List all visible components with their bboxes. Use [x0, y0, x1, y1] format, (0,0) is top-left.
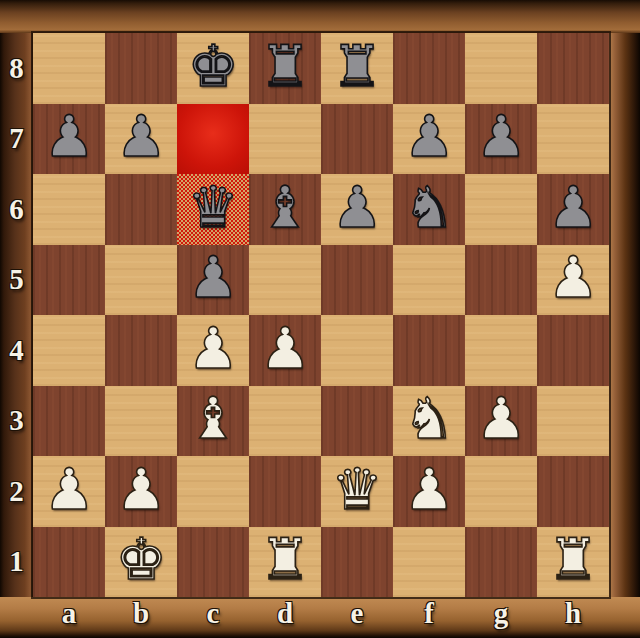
board-frame-top: [0, 0, 640, 33]
square-h5[interactable]: ♟: [537, 245, 609, 316]
square-g8[interactable]: [465, 33, 537, 104]
square-d5[interactable]: [249, 245, 321, 316]
square-f6[interactable]: ♞: [393, 174, 465, 245]
piece-black-knight[interactable]: ♞: [403, 179, 454, 236]
rank-label-3: 3: [0, 386, 33, 457]
square-c1[interactable]: [177, 527, 249, 598]
board-frame-right: [609, 33, 640, 597]
piece-white-rook[interactable]: ♜: [547, 531, 598, 588]
piece-white-queen[interactable]: ♛: [331, 461, 382, 518]
piece-black-pawn[interactable]: ♟: [187, 249, 238, 306]
file-label-d: d: [249, 597, 321, 638]
square-d1[interactable]: ♜: [249, 527, 321, 598]
square-b6[interactable]: [105, 174, 177, 245]
file-label-e: e: [321, 597, 393, 638]
piece-white-pawn[interactable]: ♟: [475, 390, 526, 447]
square-e7[interactable]: [321, 104, 393, 175]
square-d6[interactable]: ♝: [249, 174, 321, 245]
rank-label-1: 1: [0, 527, 33, 598]
square-a6[interactable]: [33, 174, 105, 245]
file-label-h: h: [537, 597, 609, 638]
square-b7[interactable]: ♟: [105, 104, 177, 175]
square-a3[interactable]: [33, 386, 105, 457]
square-a7[interactable]: ♟: [33, 104, 105, 175]
square-c3[interactable]: ♝: [177, 386, 249, 457]
square-f8[interactable]: [393, 33, 465, 104]
file-label-b: b: [105, 597, 177, 638]
square-f1[interactable]: [393, 527, 465, 598]
piece-black-pawn[interactable]: ♟: [403, 108, 454, 165]
square-e2[interactable]: ♛: [321, 456, 393, 527]
file-label-g: g: [465, 597, 537, 638]
square-g1[interactable]: [465, 527, 537, 598]
rank-label-2: 2: [0, 456, 33, 527]
file-label-c: c: [177, 597, 249, 638]
piece-black-rook[interactable]: ♜: [331, 38, 382, 95]
square-a1[interactable]: [33, 527, 105, 598]
square-c8[interactable]: ♚: [177, 33, 249, 104]
piece-black-pawn[interactable]: ♟: [475, 108, 526, 165]
square-c5[interactable]: ♟: [177, 245, 249, 316]
piece-black-pawn[interactable]: ♟: [547, 179, 598, 236]
chess-app: 87654321 ♚♜♜♟♟♟♟♛♝♟♞♟♟♟♟♟♝♞♟♟♟♛♟♚♜♜ abcd…: [0, 0, 640, 638]
piece-black-pawn[interactable]: ♟: [43, 108, 94, 165]
square-c2[interactable]: [177, 456, 249, 527]
rank-label-6: 6: [0, 174, 33, 245]
square-d2[interactable]: [249, 456, 321, 527]
square-e8[interactable]: ♜: [321, 33, 393, 104]
square-c4[interactable]: ♟: [177, 315, 249, 386]
square-g7[interactable]: ♟: [465, 104, 537, 175]
square-h8[interactable]: [537, 33, 609, 104]
square-e5[interactable]: [321, 245, 393, 316]
square-h1[interactable]: ♜: [537, 527, 609, 598]
square-f4[interactable]: [393, 315, 465, 386]
square-g3[interactable]: ♟: [465, 386, 537, 457]
piece-black-rook[interactable]: ♜: [259, 38, 310, 95]
square-c6[interactable]: ♛: [177, 174, 249, 245]
piece-white-pawn[interactable]: ♟: [547, 249, 598, 306]
file-label-a: a: [33, 597, 105, 638]
square-e6[interactable]: ♟: [321, 174, 393, 245]
square-d7[interactable]: [249, 104, 321, 175]
piece-white-king[interactable]: ♚: [115, 531, 166, 588]
square-h2[interactable]: [537, 456, 609, 527]
square-b1[interactable]: ♚: [105, 527, 177, 598]
square-g6[interactable]: [465, 174, 537, 245]
square-b3[interactable]: [105, 386, 177, 457]
piece-black-king[interactable]: ♚: [187, 38, 238, 95]
square-b8[interactable]: [105, 33, 177, 104]
square-f3[interactable]: ♞: [393, 386, 465, 457]
piece-white-knight[interactable]: ♞: [403, 390, 454, 447]
square-b2[interactable]: ♟: [105, 456, 177, 527]
square-h6[interactable]: ♟: [537, 174, 609, 245]
square-h7[interactable]: [537, 104, 609, 175]
piece-white-pawn[interactable]: ♟: [403, 461, 454, 518]
rank-label-5: 5: [0, 245, 33, 316]
rank-label-7: 7: [0, 104, 33, 175]
piece-black-pawn[interactable]: ♟: [115, 108, 166, 165]
piece-black-bishop[interactable]: ♝: [259, 179, 310, 236]
square-a5[interactable]: [33, 245, 105, 316]
file-label-f: f: [393, 597, 465, 638]
rank-label-4: 4: [0, 315, 33, 386]
square-h4[interactable]: [537, 315, 609, 386]
piece-white-pawn[interactable]: ♟: [43, 461, 94, 518]
rank-labels: 87654321: [0, 33, 33, 597]
piece-black-pawn[interactable]: ♟: [331, 179, 382, 236]
square-a8[interactable]: [33, 33, 105, 104]
piece-white-bishop[interactable]: ♝: [187, 390, 238, 447]
rank-label-8: 8: [0, 33, 33, 104]
square-c7[interactable]: [177, 104, 249, 175]
square-f5[interactable]: [393, 245, 465, 316]
chessboard[interactable]: ♚♜♜♟♟♟♟♛♝♟♞♟♟♟♟♟♝♞♟♟♟♛♟♚♜♜: [33, 33, 609, 597]
square-g5[interactable]: [465, 245, 537, 316]
square-f7[interactable]: ♟: [393, 104, 465, 175]
piece-white-pawn[interactable]: ♟: [115, 461, 166, 518]
piece-white-rook[interactable]: ♜: [259, 531, 310, 588]
square-h3[interactable]: [537, 386, 609, 457]
square-e4[interactable]: [321, 315, 393, 386]
piece-white-pawn[interactable]: ♟: [187, 320, 238, 377]
square-f2[interactable]: ♟: [393, 456, 465, 527]
square-d4[interactable]: ♟: [249, 315, 321, 386]
square-d8[interactable]: ♜: [249, 33, 321, 104]
square-b5[interactable]: [105, 245, 177, 316]
file-labels: abcdefgh: [33, 597, 609, 638]
square-g4[interactable]: [465, 315, 537, 386]
square-d3[interactable]: [249, 386, 321, 457]
square-b4[interactable]: [105, 315, 177, 386]
square-g2[interactable]: [465, 456, 537, 527]
square-e1[interactable]: [321, 527, 393, 598]
square-e3[interactable]: [321, 386, 393, 457]
piece-black-queen[interactable]: ♛: [187, 179, 238, 236]
piece-white-pawn[interactable]: ♟: [259, 320, 310, 377]
square-a2[interactable]: ♟: [33, 456, 105, 527]
square-a4[interactable]: [33, 315, 105, 386]
